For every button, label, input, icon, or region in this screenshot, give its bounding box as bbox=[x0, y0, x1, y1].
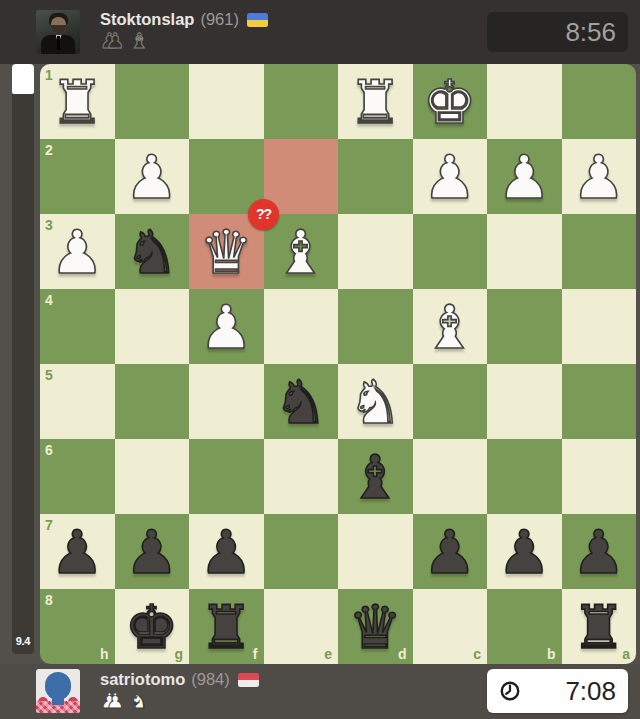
piece-white-pawn[interactable]: ♟ bbox=[115, 139, 190, 214]
piece-white-king[interactable]: ♚ bbox=[413, 64, 488, 139]
square-h5[interactable]: 5 bbox=[40, 364, 115, 439]
captured-pawn-icon: ♟ bbox=[106, 31, 125, 52]
chess-board: 1♜♜♚2♟♟♟♟3♟♞♛♝4♟♝5♞♞6♝7♟♟♟♟♟♟8hg♚f♜ed♛cb… bbox=[40, 64, 636, 664]
square-e6[interactable] bbox=[264, 439, 339, 514]
rank-label-4: 4 bbox=[45, 292, 53, 308]
square-d2[interactable] bbox=[338, 139, 413, 214]
square-g7[interactable]: ♟ bbox=[115, 514, 190, 589]
square-b7[interactable]: ♟ bbox=[487, 514, 562, 589]
piece-black-pawn[interactable]: ♟ bbox=[115, 514, 190, 589]
board-area: 9.4 1♜♜♚2♟♟♟♟3♟♞♛♝4♟♝5♞♞6♝7♟♟♟♟♟♟8hg♚f♜e… bbox=[0, 64, 640, 664]
square-h7[interactable]: 7♟ bbox=[40, 514, 115, 589]
piece-white-bishop[interactable]: ♝ bbox=[264, 214, 339, 289]
square-a6[interactable] bbox=[562, 439, 637, 514]
square-g4[interactable] bbox=[115, 289, 190, 364]
square-h1[interactable]: 1♜ bbox=[40, 64, 115, 139]
piece-black-pawn[interactable]: ♟ bbox=[189, 514, 264, 589]
square-f8[interactable]: f♜ bbox=[189, 589, 264, 664]
square-d4[interactable] bbox=[338, 289, 413, 364]
square-e4[interactable] bbox=[264, 289, 339, 364]
square-c6[interactable] bbox=[413, 439, 488, 514]
blunder-badge: ?? bbox=[248, 199, 279, 230]
evaluation-score: 9.4 bbox=[12, 635, 34, 647]
square-f7[interactable]: ♟ bbox=[189, 514, 264, 589]
top-player-clock: 8:56 bbox=[487, 12, 628, 52]
top-player-info: Stoktonslap (961) bbox=[100, 10, 268, 29]
square-d1[interactable]: ♜ bbox=[338, 64, 413, 139]
ukraine-flag-icon bbox=[247, 13, 268, 27]
square-b2[interactable]: ♟ bbox=[487, 139, 562, 214]
square-b6[interactable] bbox=[487, 439, 562, 514]
square-g8[interactable]: g♚ bbox=[115, 589, 190, 664]
square-d8[interactable]: d♛ bbox=[338, 589, 413, 664]
square-h3[interactable]: 3♟ bbox=[40, 214, 115, 289]
piece-white-pawn[interactable]: ♟ bbox=[40, 214, 115, 289]
square-g6[interactable] bbox=[115, 439, 190, 514]
file-label-c: c bbox=[473, 646, 481, 662]
square-f1[interactable] bbox=[189, 64, 264, 139]
square-d5[interactable]: ♞ bbox=[338, 364, 413, 439]
piece-black-pawn[interactable]: ♟ bbox=[40, 514, 115, 589]
piece-black-king[interactable]: ♚ bbox=[115, 589, 190, 664]
square-b5[interactable] bbox=[487, 364, 562, 439]
indonesia-flag-icon bbox=[238, 673, 259, 687]
piece-white-knight[interactable]: ♞ bbox=[338, 364, 413, 439]
file-label-h: h bbox=[100, 646, 109, 662]
bottom-clock-time: 7:08 bbox=[565, 676, 616, 707]
square-a4[interactable] bbox=[562, 289, 637, 364]
square-g3[interactable]: ♞ bbox=[115, 214, 190, 289]
clock-icon bbox=[499, 680, 521, 702]
evaluation-bar-white-portion bbox=[12, 64, 34, 94]
rank-label-5: 5 bbox=[45, 367, 53, 383]
evaluation-bar: 9.4 bbox=[12, 64, 34, 654]
square-e2[interactable] bbox=[264, 139, 339, 214]
square-h4[interactable]: 4 bbox=[40, 289, 115, 364]
rank-label-6: 6 bbox=[45, 442, 53, 458]
file-label-b: b bbox=[547, 646, 556, 662]
piece-white-pawn[interactable]: ♟ bbox=[413, 139, 488, 214]
piece-black-pawn[interactable]: ♟ bbox=[562, 514, 637, 589]
piece-black-rook[interactable]: ♜ bbox=[562, 589, 637, 664]
square-e8[interactable]: e bbox=[264, 589, 339, 664]
square-g2[interactable]: ♟ bbox=[115, 139, 190, 214]
file-label-e: e bbox=[324, 646, 332, 662]
square-e1[interactable] bbox=[264, 64, 339, 139]
square-h6[interactable]: 6 bbox=[40, 439, 115, 514]
square-b8[interactable]: b bbox=[487, 589, 562, 664]
piece-white-pawn[interactable]: ♟ bbox=[562, 139, 637, 214]
square-f5[interactable] bbox=[189, 364, 264, 439]
square-c5[interactable] bbox=[413, 364, 488, 439]
bottom-player-info: satriotomo (984) bbox=[100, 670, 259, 689]
square-c1[interactable]: ♚ bbox=[413, 64, 488, 139]
piece-white-pawn[interactable]: ♟ bbox=[487, 139, 562, 214]
square-c3[interactable] bbox=[413, 214, 488, 289]
piece-black-pawn[interactable]: ♟ bbox=[487, 514, 562, 589]
bottom-player-avatar[interactable] bbox=[36, 669, 80, 713]
square-a8[interactable]: a♜ bbox=[562, 589, 637, 664]
captured-pawn-icon: ♟ bbox=[106, 691, 125, 712]
square-b3[interactable] bbox=[487, 214, 562, 289]
bottom-player-name: satriotomo bbox=[100, 670, 185, 689]
bottom-player-rating: (984) bbox=[191, 670, 230, 689]
square-e5[interactable]: ♞ bbox=[264, 364, 339, 439]
square-f6[interactable] bbox=[189, 439, 264, 514]
top-clock-time: 8:56 bbox=[565, 17, 616, 48]
square-b1[interactable] bbox=[487, 64, 562, 139]
square-c4[interactable]: ♝ bbox=[413, 289, 488, 364]
piece-black-queen[interactable]: ♛ bbox=[338, 589, 413, 664]
piece-black-knight[interactable]: ♞ bbox=[115, 214, 190, 289]
square-d3[interactable] bbox=[338, 214, 413, 289]
square-a2[interactable]: ♟ bbox=[562, 139, 637, 214]
square-c8[interactable]: c bbox=[413, 589, 488, 664]
bottom-player-clock: 7:08 bbox=[487, 669, 628, 713]
piece-white-rook[interactable]: ♜ bbox=[40, 64, 115, 139]
square-e7[interactable] bbox=[264, 514, 339, 589]
square-a7[interactable]: ♟ bbox=[562, 514, 637, 589]
piece-black-pawn[interactable]: ♟ bbox=[413, 514, 488, 589]
piece-white-bishop[interactable]: ♝ bbox=[413, 289, 488, 364]
piece-white-pawn[interactable]: ♟ bbox=[189, 289, 264, 364]
square-d6[interactable]: ♝ bbox=[338, 439, 413, 514]
rank-label-8: 8 bbox=[45, 592, 53, 608]
square-a3[interactable] bbox=[562, 214, 637, 289]
avatar-photo bbox=[36, 10, 80, 54]
square-h8[interactable]: 8h bbox=[40, 589, 115, 664]
square-b4[interactable] bbox=[487, 289, 562, 364]
square-g1[interactable] bbox=[115, 64, 190, 139]
square-h2[interactable]: 2 bbox=[40, 139, 115, 214]
top-player-rating: (961) bbox=[200, 10, 239, 29]
square-c2[interactable]: ♟ bbox=[413, 139, 488, 214]
captured-bishop-icon: ♝ bbox=[130, 31, 149, 52]
square-a5[interactable] bbox=[562, 364, 637, 439]
piece-black-bishop[interactable]: ♝ bbox=[338, 439, 413, 514]
captured-knight-icon: ♞ bbox=[130, 691, 149, 712]
top-player-bar: Stoktonslap (961) ♟♟♝ 8:56 bbox=[0, 0, 640, 64]
top-player-avatar[interactable] bbox=[36, 10, 80, 54]
square-g5[interactable] bbox=[115, 364, 190, 439]
piece-black-knight[interactable]: ♞ bbox=[264, 364, 339, 439]
square-c7[interactable]: ♟ bbox=[413, 514, 488, 589]
top-player-name: Stoktonslap bbox=[100, 10, 194, 29]
square-f4[interactable]: ♟ bbox=[189, 289, 264, 364]
square-e3[interactable]: ♝ bbox=[264, 214, 339, 289]
square-d7[interactable] bbox=[338, 514, 413, 589]
avatar-photo bbox=[36, 669, 80, 713]
bottom-player-bar: satriotomo (984) ♟♟♞ 7:08 bbox=[0, 664, 640, 719]
rank-label-2: 2 bbox=[45, 142, 53, 158]
piece-black-rook[interactable]: ♜ bbox=[189, 589, 264, 664]
bottom-captured-pieces: ♟♟♞ bbox=[100, 691, 148, 712]
square-a1[interactable] bbox=[562, 64, 637, 139]
top-captured-pieces: ♟♟♝ bbox=[100, 31, 148, 52]
piece-white-rook[interactable]: ♜ bbox=[338, 64, 413, 139]
